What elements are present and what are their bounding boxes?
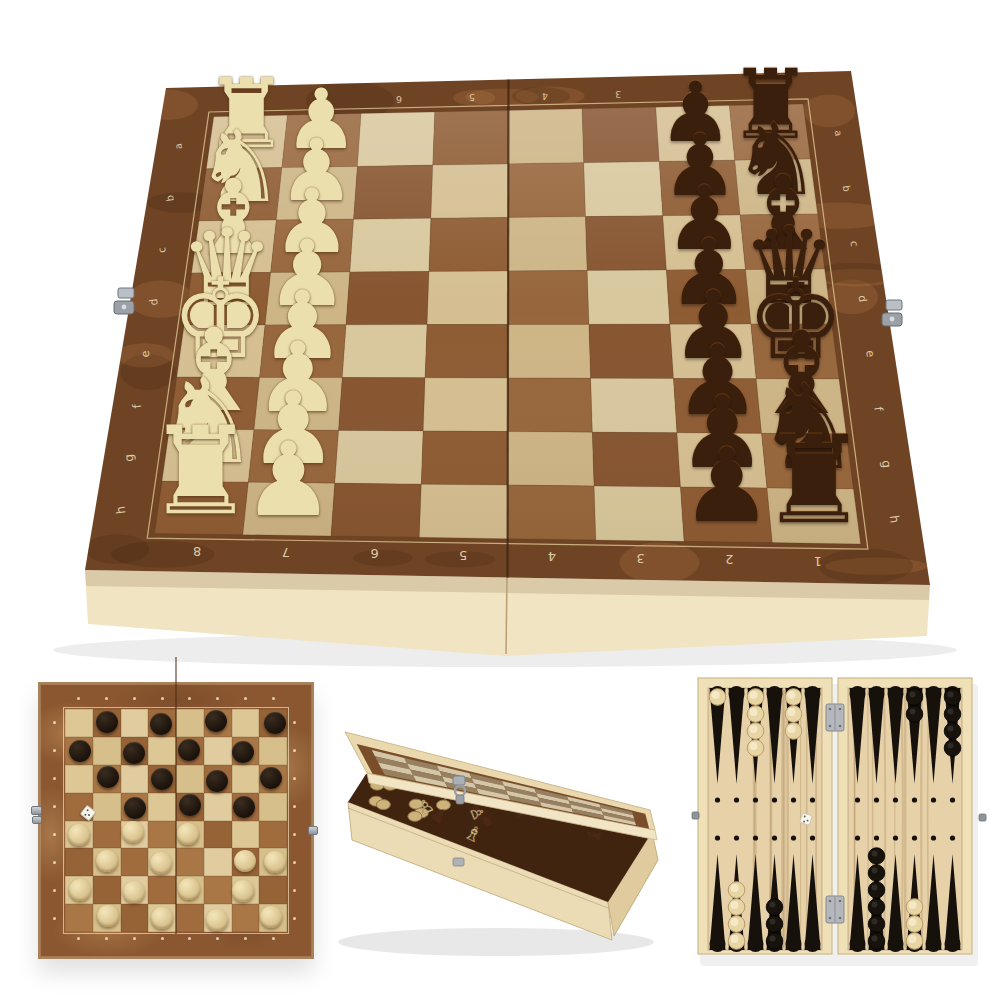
border-mark <box>216 937 219 940</box>
backgammon-chip-light <box>728 933 745 950</box>
backgammon-chip-light <box>747 706 764 723</box>
rank-label: 3 <box>636 551 644 566</box>
checkers-square <box>93 821 121 849</box>
rank-label: 1 <box>761 85 767 96</box>
checkers-square <box>148 793 176 821</box>
border-mark <box>133 697 136 700</box>
main-chess-board: 8877665544332211aabbccddeeffgghh <box>0 0 1001 680</box>
metal-hinge <box>826 704 844 731</box>
border-mark <box>293 805 296 808</box>
metal-clasp <box>114 288 134 314</box>
backgammon-chip-light <box>728 916 745 933</box>
border-mark <box>244 697 247 700</box>
backgammon-chip-dark <box>944 706 961 723</box>
checker-light <box>97 905 119 927</box>
checkers-square <box>176 709 204 737</box>
backgammon-chip-dark <box>766 916 783 933</box>
checkers-square <box>204 848 232 876</box>
border-mark <box>293 861 296 864</box>
product-photo-collage: 8877665544332211aabbccddeeffgghh ♜♟♟♜♞♟♟… <box>0 0 1001 1001</box>
border-mark <box>77 697 80 700</box>
rank-label: 5 <box>469 92 475 103</box>
checkers-square <box>148 821 176 849</box>
rank-label: 7 <box>282 545 290 560</box>
backgammon-chip-dark <box>944 723 961 740</box>
checkers-square <box>204 821 232 849</box>
storage-box-inset: ♟♝♞♜♟♞♟♗♙♘♙ <box>336 690 666 990</box>
metal-clasp <box>692 812 699 819</box>
backgammon-board-inset <box>690 664 990 974</box>
checker-dark <box>205 710 227 732</box>
border-mark <box>53 749 56 752</box>
checkers-square <box>259 737 287 765</box>
rank-label: 2 <box>725 552 733 567</box>
backgammon-chip-light <box>728 882 745 899</box>
checkers-square <box>121 765 149 793</box>
backgammon-chip-dark <box>868 848 885 865</box>
checkers-square <box>93 737 121 765</box>
checkers-square <box>93 876 121 904</box>
backgammon-chip-light <box>785 706 802 723</box>
border-mark <box>293 721 296 724</box>
checkers-square <box>176 904 204 932</box>
border-mark <box>77 937 80 940</box>
checkers-square <box>259 821 287 849</box>
checkers-board-inset <box>38 682 314 959</box>
rank-label: 3 <box>615 89 621 100</box>
checkers-square <box>204 876 232 904</box>
backgammon-chip-light <box>747 740 764 757</box>
checker-dark <box>124 797 146 819</box>
checker-dark <box>264 712 286 734</box>
rank-label: 4 <box>542 91 548 102</box>
metal-clasp <box>979 814 986 821</box>
backgammon-chip-light <box>906 933 923 950</box>
backgammon-chip-dark <box>868 865 885 882</box>
border-mark <box>188 697 191 700</box>
checker-light <box>206 909 228 931</box>
checkers-square <box>148 876 176 904</box>
backgammon-chip-light <box>747 689 764 706</box>
checker-dark <box>97 766 119 788</box>
border-mark <box>272 697 275 700</box>
checkers-square <box>232 765 260 793</box>
backgammon-chip-dark <box>868 933 885 950</box>
checkers-square <box>121 848 149 876</box>
checkers-square <box>176 848 204 876</box>
rank-label: 8 <box>250 97 256 108</box>
border-mark <box>244 937 247 940</box>
checker-dark <box>178 739 200 761</box>
metal-hinge <box>453 858 464 866</box>
backgammon-chip-light <box>785 689 802 706</box>
border-mark <box>53 805 56 808</box>
backgammon-chip-dark <box>766 899 783 916</box>
border-mark <box>161 697 164 700</box>
checker-light <box>178 878 200 900</box>
metal-clasp <box>31 806 42 815</box>
checker-dark <box>260 767 282 789</box>
checker-dark <box>151 768 173 790</box>
checkers-square <box>259 876 287 904</box>
checkers-square <box>65 765 93 793</box>
backgammon-chip-dark <box>766 933 783 950</box>
checkers-square <box>232 904 260 932</box>
checker-dark <box>179 794 201 816</box>
metal-hinge <box>826 896 844 923</box>
checker-dark <box>150 713 172 735</box>
checkers-square <box>204 737 232 765</box>
checkers-square <box>148 737 176 765</box>
border-mark <box>53 889 56 892</box>
checker-light <box>96 850 118 872</box>
checker-dark <box>96 711 118 733</box>
checkers-square <box>65 904 93 932</box>
border-mark <box>53 861 56 864</box>
metal-clasp <box>32 816 42 824</box>
rank-label: 6 <box>396 94 402 105</box>
rank-label: 5 <box>459 548 467 563</box>
checkers-square <box>259 793 287 821</box>
checkers-square <box>121 904 149 932</box>
rank-label: 7 <box>323 96 329 107</box>
backgammon-chip-dark <box>868 899 885 916</box>
rank-label: 2 <box>688 87 694 98</box>
backgammon-chip-light <box>728 899 745 916</box>
backgammon-chip-dark <box>868 916 885 933</box>
rank-label: 8 <box>193 544 201 559</box>
border-mark <box>133 937 136 940</box>
checkers-square <box>65 848 93 876</box>
checkers-square <box>93 793 121 821</box>
backgammon-chip-light <box>709 689 726 706</box>
backgammon-chip-light <box>785 723 802 740</box>
file-label: b <box>164 194 176 202</box>
border-mark <box>293 917 296 920</box>
backgammon-chip-dark <box>868 882 885 899</box>
checker-light <box>69 879 91 901</box>
file-label: b <box>841 185 853 193</box>
checker-dark <box>206 770 228 792</box>
border-mark <box>53 917 56 920</box>
rank-label: 6 <box>370 546 378 561</box>
checkers-square <box>232 821 260 849</box>
checkers-square <box>65 709 93 737</box>
checker-dark <box>69 740 91 762</box>
border-mark <box>53 721 56 724</box>
rank-label: 1 <box>814 554 822 569</box>
border-mark <box>293 833 296 836</box>
backgammon-chip-dark <box>944 689 961 706</box>
rank-label: 4 <box>548 549 556 564</box>
border-mark <box>293 777 296 780</box>
checker-dark <box>233 796 255 818</box>
checkers-square <box>204 793 232 821</box>
checkers-square <box>232 709 260 737</box>
border-mark <box>161 937 164 940</box>
checkers-square <box>176 765 204 793</box>
border-mark <box>105 937 108 940</box>
border-mark <box>216 697 219 700</box>
backgammon-chip-light <box>906 916 923 933</box>
checkers-square <box>121 709 149 737</box>
backgammon-chip-light <box>906 899 923 916</box>
board-fold-seam <box>175 657 177 934</box>
border-mark <box>188 937 191 940</box>
backgammon-chip-light <box>747 723 764 740</box>
border-mark <box>105 697 108 700</box>
border-mark <box>272 937 275 940</box>
border-mark <box>293 889 296 892</box>
border-mark <box>293 749 296 752</box>
backgammon-chip-dark <box>906 689 923 706</box>
backgammon-chip-dark <box>906 706 923 723</box>
metal-clasp <box>308 826 318 835</box>
border-mark <box>53 777 56 780</box>
border-mark <box>53 833 56 836</box>
backgammon-chip-dark <box>944 740 961 757</box>
